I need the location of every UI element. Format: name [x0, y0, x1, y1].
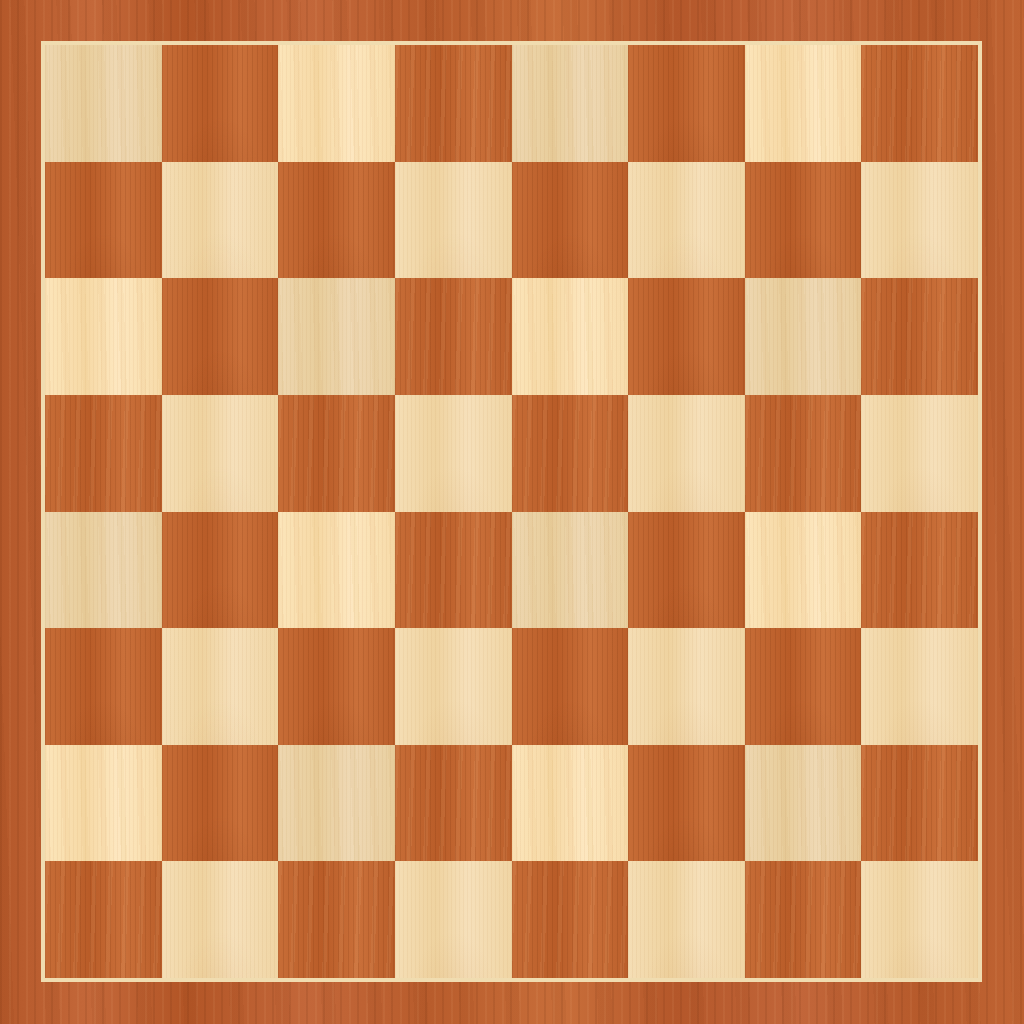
- square-h8[interactable]: [861, 45, 978, 162]
- square-f4[interactable]: [628, 512, 745, 629]
- square-e1[interactable]: [512, 861, 629, 978]
- square-b6[interactable]: [162, 278, 279, 395]
- square-f7[interactable]: [628, 162, 745, 279]
- square-h5[interactable]: [861, 395, 978, 512]
- square-c4[interactable]: [278, 512, 395, 629]
- square-c2[interactable]: [278, 745, 395, 862]
- chess-board[interactable]: [45, 45, 978, 978]
- square-h1[interactable]: [861, 861, 978, 978]
- square-d2[interactable]: [395, 745, 512, 862]
- square-e3[interactable]: [512, 628, 629, 745]
- square-e5[interactable]: [512, 395, 629, 512]
- square-a1[interactable]: [45, 861, 162, 978]
- square-a5[interactable]: [45, 395, 162, 512]
- board-frame-inlay-line: [41, 41, 982, 982]
- square-h3[interactable]: [861, 628, 978, 745]
- square-e7[interactable]: [512, 162, 629, 279]
- square-g7[interactable]: [745, 162, 862, 279]
- square-a8[interactable]: [45, 45, 162, 162]
- square-c6[interactable]: [278, 278, 395, 395]
- square-f6[interactable]: [628, 278, 745, 395]
- square-b5[interactable]: [162, 395, 279, 512]
- wooden-board-border: [0, 0, 1024, 1024]
- square-d4[interactable]: [395, 512, 512, 629]
- square-b7[interactable]: [162, 162, 279, 279]
- square-h4[interactable]: [861, 512, 978, 629]
- square-d7[interactable]: [395, 162, 512, 279]
- square-c1[interactable]: [278, 861, 395, 978]
- square-b1[interactable]: [162, 861, 279, 978]
- square-f1[interactable]: [628, 861, 745, 978]
- square-e6[interactable]: [512, 278, 629, 395]
- square-a3[interactable]: [45, 628, 162, 745]
- square-a4[interactable]: [45, 512, 162, 629]
- square-g2[interactable]: [745, 745, 862, 862]
- square-e2[interactable]: [512, 745, 629, 862]
- square-b4[interactable]: [162, 512, 279, 629]
- square-f3[interactable]: [628, 628, 745, 745]
- square-c8[interactable]: [278, 45, 395, 162]
- square-h6[interactable]: [861, 278, 978, 395]
- square-f5[interactable]: [628, 395, 745, 512]
- square-h7[interactable]: [861, 162, 978, 279]
- square-c7[interactable]: [278, 162, 395, 279]
- square-g1[interactable]: [745, 861, 862, 978]
- square-h2[interactable]: [861, 745, 978, 862]
- square-g5[interactable]: [745, 395, 862, 512]
- square-g8[interactable]: [745, 45, 862, 162]
- square-g4[interactable]: [745, 512, 862, 629]
- square-g6[interactable]: [745, 278, 862, 395]
- square-d3[interactable]: [395, 628, 512, 745]
- square-f8[interactable]: [628, 45, 745, 162]
- square-a6[interactable]: [45, 278, 162, 395]
- square-c5[interactable]: [278, 395, 395, 512]
- square-b2[interactable]: [162, 745, 279, 862]
- square-c3[interactable]: [278, 628, 395, 745]
- square-e4[interactable]: [512, 512, 629, 629]
- square-a7[interactable]: [45, 162, 162, 279]
- square-g3[interactable]: [745, 628, 862, 745]
- square-b3[interactable]: [162, 628, 279, 745]
- square-d5[interactable]: [395, 395, 512, 512]
- square-d8[interactable]: [395, 45, 512, 162]
- square-a2[interactable]: [45, 745, 162, 862]
- square-e8[interactable]: [512, 45, 629, 162]
- square-b8[interactable]: [162, 45, 279, 162]
- square-d6[interactable]: [395, 278, 512, 395]
- square-d1[interactable]: [395, 861, 512, 978]
- square-f2[interactable]: [628, 745, 745, 862]
